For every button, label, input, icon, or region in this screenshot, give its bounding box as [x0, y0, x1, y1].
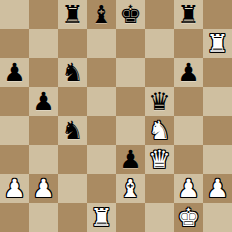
square-c8[interactable]: ♜	[58, 0, 87, 29]
square-b3[interactable]	[29, 145, 58, 174]
square-d5[interactable]	[87, 87, 116, 116]
square-f2[interactable]	[145, 174, 174, 203]
square-a6[interactable]: ♟	[0, 58, 29, 87]
square-d2[interactable]	[87, 174, 116, 203]
square-a7[interactable]	[0, 29, 29, 58]
square-e5[interactable]	[116, 87, 145, 116]
square-b1[interactable]	[29, 203, 58, 232]
square-d1[interactable]: ♜	[87, 203, 116, 232]
white-queen-piece[interactable]: ♛	[148, 145, 170, 174]
square-b4[interactable]	[29, 116, 58, 145]
square-h1[interactable]	[203, 203, 232, 232]
square-g3[interactable]	[174, 145, 203, 174]
square-a1[interactable]	[0, 203, 29, 232]
square-b5[interactable]: ♟	[29, 87, 58, 116]
black-knight-piece[interactable]: ♞	[61, 116, 83, 145]
square-b6[interactable]	[29, 58, 58, 87]
square-a8[interactable]	[0, 0, 29, 29]
black-rook-piece[interactable]: ♜	[177, 0, 199, 29]
square-h8[interactable]	[203, 0, 232, 29]
square-a5[interactable]	[0, 87, 29, 116]
square-e6[interactable]	[116, 58, 145, 87]
black-pawn-piece[interactable]: ♟	[119, 145, 141, 174]
square-e3[interactable]: ♟	[116, 145, 145, 174]
black-knight-piece[interactable]: ♞	[61, 58, 83, 87]
square-f1[interactable]	[145, 203, 174, 232]
white-pawn-piece[interactable]: ♟	[3, 174, 25, 203]
square-d8[interactable]: ♝	[87, 0, 116, 29]
square-a2[interactable]: ♟	[0, 174, 29, 203]
square-c2[interactable]	[58, 174, 87, 203]
square-f3[interactable]: ♛	[145, 145, 174, 174]
square-d6[interactable]	[87, 58, 116, 87]
black-pawn-piece[interactable]: ♟	[32, 87, 54, 116]
black-king-piece[interactable]: ♚	[119, 0, 141, 29]
square-e1[interactable]	[116, 203, 145, 232]
white-pawn-piece[interactable]: ♟	[206, 174, 228, 203]
square-g1[interactable]: ♚	[174, 203, 203, 232]
square-c4[interactable]: ♞	[58, 116, 87, 145]
square-h3[interactable]	[203, 145, 232, 174]
square-g8[interactable]: ♜	[174, 0, 203, 29]
black-pawn-piece[interactable]: ♟	[3, 58, 25, 87]
square-b8[interactable]	[29, 0, 58, 29]
square-c7[interactable]	[58, 29, 87, 58]
square-e8[interactable]: ♚	[116, 0, 145, 29]
square-d7[interactable]	[87, 29, 116, 58]
square-f4[interactable]: ♞	[145, 116, 174, 145]
square-c6[interactable]: ♞	[58, 58, 87, 87]
square-c3[interactable]	[58, 145, 87, 174]
square-h4[interactable]	[203, 116, 232, 145]
square-g5[interactable]	[174, 87, 203, 116]
square-g4[interactable]	[174, 116, 203, 145]
square-e4[interactable]	[116, 116, 145, 145]
white-rook-piece[interactable]: ♜	[90, 203, 112, 232]
black-bishop-piece[interactable]: ♝	[90, 0, 112, 29]
white-bishop-piece[interactable]: ♝	[119, 174, 141, 203]
square-e7[interactable]	[116, 29, 145, 58]
square-c1[interactable]	[58, 203, 87, 232]
white-pawn-piece[interactable]: ♟	[177, 174, 199, 203]
white-rook-piece[interactable]: ♜	[206, 29, 228, 58]
square-d4[interactable]	[87, 116, 116, 145]
square-b2[interactable]: ♟	[29, 174, 58, 203]
square-f5[interactable]: ♛	[145, 87, 174, 116]
white-knight-piece[interactable]: ♞	[148, 116, 170, 145]
black-rook-piece[interactable]: ♜	[61, 0, 83, 29]
square-h5[interactable]	[203, 87, 232, 116]
square-a4[interactable]	[0, 116, 29, 145]
square-h2[interactable]: ♟	[203, 174, 232, 203]
square-g6[interactable]: ♟	[174, 58, 203, 87]
square-c5[interactable]	[58, 87, 87, 116]
black-queen-piece[interactable]: ♛	[148, 87, 170, 116]
white-pawn-piece[interactable]: ♟	[32, 174, 54, 203]
black-pawn-piece[interactable]: ♟	[177, 58, 199, 87]
square-f8[interactable]	[145, 0, 174, 29]
square-g2[interactable]: ♟	[174, 174, 203, 203]
square-d3[interactable]	[87, 145, 116, 174]
square-f6[interactable]	[145, 58, 174, 87]
square-b7[interactable]	[29, 29, 58, 58]
square-h7[interactable]: ♜	[203, 29, 232, 58]
square-a3[interactable]	[0, 145, 29, 174]
square-e2[interactable]: ♝	[116, 174, 145, 203]
white-king-piece[interactable]: ♚	[177, 203, 199, 232]
chess-board: ♜♝♚♜♜♟♞♟♟♛♞♞♟♛♟♟♝♟♟♜♚	[0, 0, 232, 232]
square-g7[interactable]	[174, 29, 203, 58]
square-f7[interactable]	[145, 29, 174, 58]
square-h6[interactable]	[203, 58, 232, 87]
